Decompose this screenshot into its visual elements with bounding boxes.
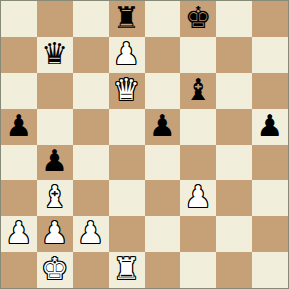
piece-black-pawn[interactable]: ♟	[149, 111, 176, 141]
square-g8[interactable]	[216, 1, 252, 37]
square-h3[interactable]	[252, 180, 288, 216]
square-d3[interactable]	[109, 180, 145, 216]
square-c8[interactable]	[73, 1, 109, 37]
square-h8[interactable]	[252, 1, 288, 37]
square-c3[interactable]	[73, 180, 109, 216]
square-c5[interactable]	[73, 109, 109, 145]
square-d6[interactable]: ♛	[109, 73, 145, 109]
piece-white-bishop[interactable]: ♝	[41, 182, 68, 212]
square-a4[interactable]	[1, 145, 37, 181]
piece-white-pawn[interactable]: ♟	[113, 39, 140, 69]
square-f1[interactable]	[180, 252, 216, 288]
square-c2[interactable]: ♟	[73, 216, 109, 252]
square-d4[interactable]	[109, 145, 145, 181]
square-a2[interactable]: ♟	[1, 216, 37, 252]
piece-white-queen[interactable]: ♛	[113, 75, 140, 105]
square-d5[interactable]	[109, 109, 145, 145]
square-e8[interactable]	[145, 1, 181, 37]
square-f2[interactable]	[180, 216, 216, 252]
square-f5[interactable]	[180, 109, 216, 145]
square-e3[interactable]	[145, 180, 181, 216]
square-a1[interactable]	[1, 252, 37, 288]
square-e6[interactable]	[145, 73, 181, 109]
piece-white-pawn[interactable]: ♟	[5, 218, 32, 248]
piece-white-rook[interactable]: ♜	[113, 254, 140, 284]
square-a5[interactable]: ♟	[1, 109, 37, 145]
square-e2[interactable]	[145, 216, 181, 252]
square-e1[interactable]	[145, 252, 181, 288]
square-a8[interactable]	[1, 1, 37, 37]
square-c4[interactable]	[73, 145, 109, 181]
piece-black-queen[interactable]: ♛	[41, 39, 68, 69]
square-a7[interactable]	[1, 37, 37, 73]
piece-black-bishop[interactable]: ♝	[185, 75, 212, 105]
square-h6[interactable]	[252, 73, 288, 109]
square-c7[interactable]	[73, 37, 109, 73]
square-d2[interactable]	[109, 216, 145, 252]
square-h5[interactable]: ♟	[252, 109, 288, 145]
square-g3[interactable]	[216, 180, 252, 216]
square-b5[interactable]	[37, 109, 73, 145]
square-g5[interactable]	[216, 109, 252, 145]
square-g1[interactable]	[216, 252, 252, 288]
square-d8[interactable]: ♜	[109, 1, 145, 37]
square-b1[interactable]: ♚	[37, 252, 73, 288]
square-g7[interactable]	[216, 37, 252, 73]
square-h2[interactable]	[252, 216, 288, 252]
square-f3[interactable]: ♟	[180, 180, 216, 216]
square-a3[interactable]	[1, 180, 37, 216]
square-a6[interactable]	[1, 73, 37, 109]
piece-black-pawn[interactable]: ♟	[257, 111, 284, 141]
chess-board: ♜♚♛♟♛♝♟♟♟♟♝♟♟♟♟♚♜	[0, 0, 289, 289]
piece-black-king[interactable]: ♚	[185, 3, 212, 33]
square-g6[interactable]	[216, 73, 252, 109]
square-c6[interactable]	[73, 73, 109, 109]
square-f8[interactable]: ♚	[180, 1, 216, 37]
square-b4[interactable]: ♟	[37, 145, 73, 181]
square-b7[interactable]: ♛	[37, 37, 73, 73]
square-f7[interactable]	[180, 37, 216, 73]
piece-black-pawn[interactable]: ♟	[5, 111, 32, 141]
piece-black-rook[interactable]: ♜	[113, 3, 140, 33]
square-e7[interactable]	[145, 37, 181, 73]
square-g2[interactable]	[216, 216, 252, 252]
piece-white-pawn[interactable]: ♟	[41, 218, 68, 248]
square-b6[interactable]	[37, 73, 73, 109]
square-b3[interactable]: ♝	[37, 180, 73, 216]
square-h4[interactable]	[252, 145, 288, 181]
square-h7[interactable]	[252, 37, 288, 73]
piece-white-king[interactable]: ♚	[41, 254, 68, 284]
piece-white-pawn[interactable]: ♟	[185, 182, 212, 212]
square-f6[interactable]: ♝	[180, 73, 216, 109]
square-g4[interactable]	[216, 145, 252, 181]
square-f4[interactable]	[180, 145, 216, 181]
square-b8[interactable]	[37, 1, 73, 37]
square-e5[interactable]: ♟	[145, 109, 181, 145]
square-d7[interactable]: ♟	[109, 37, 145, 73]
square-b2[interactable]: ♟	[37, 216, 73, 252]
square-h1[interactable]	[252, 252, 288, 288]
piece-white-pawn[interactable]: ♟	[77, 218, 104, 248]
square-c1[interactable]	[73, 252, 109, 288]
piece-black-pawn[interactable]: ♟	[41, 146, 68, 176]
square-e4[interactable]	[145, 145, 181, 181]
square-d1[interactable]: ♜	[109, 252, 145, 288]
